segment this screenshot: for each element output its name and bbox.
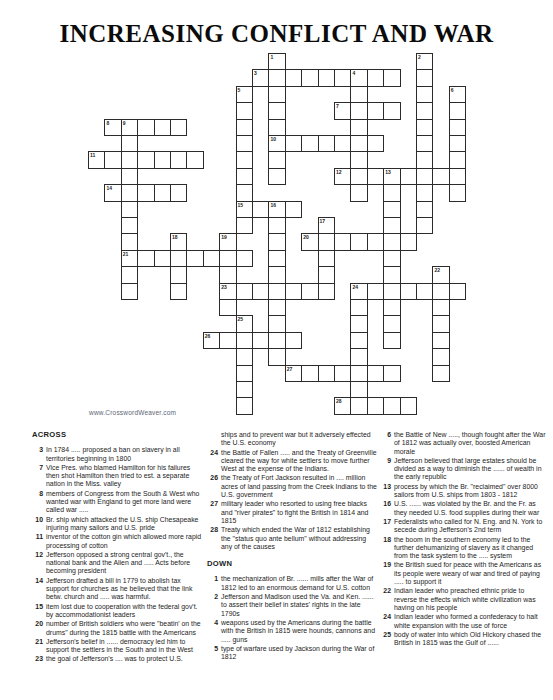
grid-cell[interactable] <box>449 283 466 300</box>
grid-cell[interactable] <box>449 119 466 136</box>
grid-cell[interactable] <box>432 168 449 185</box>
down-clue-list: 6the Battle of New ....., though fought … <box>378 431 546 647</box>
grid-cell[interactable] <box>416 102 433 119</box>
grid-cell[interactable] <box>318 233 335 250</box>
clue-number: 18 <box>378 536 394 561</box>
cell-number: 10 <box>270 136 276 142</box>
grid-cell[interactable]: 13 <box>383 168 400 185</box>
grid-cell[interactable]: 21 <box>121 250 138 267</box>
grid-cell[interactable] <box>383 201 400 218</box>
grid-cell[interactable] <box>236 332 253 349</box>
grid-cell[interactable] <box>121 217 138 234</box>
clue-number: 17 <box>378 518 394 535</box>
grid-cell[interactable] <box>170 184 187 201</box>
grid-cell[interactable] <box>367 69 384 86</box>
grid-cell[interactable] <box>400 397 417 414</box>
grid-cell[interactable]: 20 <box>301 233 318 250</box>
grid-cell[interactable] <box>432 332 449 349</box>
grid-cell[interactable]: 8 <box>104 119 121 136</box>
clue-text: the Battle of New ....., though fought a… <box>394 431 546 456</box>
cell-number: 20 <box>303 234 309 240</box>
clue-item: 5type of warfare used by Jackson during … <box>205 645 377 662</box>
cell-number: 7 <box>336 103 339 109</box>
clue-text: U.S. ...... was violated by the Br. and … <box>394 500 546 517</box>
clue-item: 25body of water into which Old Hickory c… <box>378 631 546 648</box>
grid-cell[interactable] <box>236 184 253 201</box>
grid-cell[interactable] <box>367 365 384 382</box>
grid-cell[interactable] <box>350 168 367 185</box>
grid-cell[interactable] <box>383 102 400 119</box>
grid-cell[interactable] <box>236 151 253 168</box>
clue-text: Jefferson and Madison used the Va. and K… <box>221 593 377 618</box>
clue-number: 20 <box>30 620 46 637</box>
grid-cell[interactable] <box>252 332 269 349</box>
grid-cell[interactable] <box>301 135 318 152</box>
clue-text: the goal of Jefferson's .... was to prot… <box>46 655 203 663</box>
grid-cell[interactable]: 19 <box>219 233 236 250</box>
grid-cell[interactable] <box>449 184 466 201</box>
cell-number: 25 <box>238 316 244 322</box>
grid-cell[interactable] <box>219 299 236 316</box>
grid-cell[interactable] <box>383 69 400 86</box>
clue-item: 12Jefferson opposed a strong central gov… <box>30 551 203 576</box>
grid-cell[interactable] <box>268 299 285 316</box>
grid-cell[interactable] <box>285 201 302 218</box>
grid-cell[interactable] <box>383 332 400 349</box>
grid-cell[interactable] <box>121 151 138 168</box>
grid-cell[interactable] <box>170 250 187 267</box>
grid-cell[interactable] <box>416 151 433 168</box>
grid-cell[interactable] <box>170 283 187 300</box>
grid-cell[interactable] <box>268 119 285 136</box>
clue-item: 17Federalists who called for N. Eng. and… <box>378 518 546 535</box>
clue-number: 2 <box>205 593 221 618</box>
cell-number: 16 <box>270 202 276 208</box>
grid-cell[interactable] <box>334 135 351 152</box>
clue-text: number of British soldiers who were "bea… <box>46 620 203 637</box>
grid-cell[interactable] <box>236 250 253 267</box>
grid-cell[interactable] <box>236 381 253 398</box>
clue-number: 12 <box>30 551 46 576</box>
clue-number: 5 <box>205 645 221 662</box>
clue-text: Jefferson's belief in ...... democracy l… <box>46 638 203 655</box>
clue-text: the mechanization of Br. ...... mills af… <box>221 575 377 592</box>
cell-number: 4 <box>352 70 355 76</box>
grid-cell[interactable] <box>350 315 367 332</box>
grid-cell[interactable] <box>154 151 171 168</box>
grid-cell[interactable]: 3 <box>252 69 269 86</box>
grid-cell[interactable] <box>383 250 400 267</box>
grid-cell[interactable] <box>301 69 318 86</box>
cell-number: 6 <box>451 87 454 93</box>
clue-text: members of Congress from the South & Wes… <box>46 490 203 515</box>
grid-cell[interactable] <box>268 233 285 250</box>
clue-column-1: ACROSS 3In 1784 ..... proposed a ban on … <box>30 431 203 665</box>
clue-column-2: ships and to prevent war but it adversel… <box>205 431 377 662</box>
grid-cell[interactable] <box>236 102 253 119</box>
clue-item: 10Br. ship which attacked the U.S. ship … <box>30 516 203 533</box>
grid-cell[interactable] <box>400 283 417 300</box>
grid-cell[interactable] <box>334 365 351 382</box>
grid-cell[interactable] <box>432 348 449 365</box>
grid-cell[interactable] <box>367 168 384 185</box>
grid-cell[interactable] <box>137 151 154 168</box>
clue-text: item lost due to cooperation with the fe… <box>46 603 203 620</box>
cell-number: 15 <box>238 202 244 208</box>
grid-cell[interactable] <box>104 151 121 168</box>
grid-cell[interactable]: 7 <box>334 102 351 119</box>
grid-cell[interactable] <box>219 250 236 267</box>
cell-number: 8 <box>106 120 109 126</box>
clue-text: In 1784 ..... proposed a ban on slavery … <box>46 446 203 463</box>
grid-cell[interactable] <box>285 332 302 349</box>
clue-text: Indian leader who preached ethnic pride … <box>394 587 546 612</box>
grid-cell[interactable] <box>334 233 351 250</box>
grid-cell[interactable] <box>219 332 236 349</box>
grid-cell[interactable] <box>367 283 384 300</box>
grid-cell[interactable] <box>334 69 351 86</box>
clue-item: 2Jefferson and Madison used the Va. and … <box>205 593 377 618</box>
grid-cell[interactable] <box>285 135 302 152</box>
grid-cell[interactable] <box>268 102 285 119</box>
clue-item: 19the British sued for peace with the Am… <box>378 561 546 586</box>
grid-cell[interactable] <box>432 315 449 332</box>
grid-cell[interactable] <box>350 397 367 414</box>
grid-cell[interactable] <box>383 299 400 316</box>
clue-item: 26the Treaty of Fort Jackson resulted in… <box>205 474 377 499</box>
clue-item: 14Jefferson drafted a bill in 1779 to ab… <box>30 577 203 602</box>
grid-cell[interactable]: 9 <box>121 119 138 136</box>
cell-number: 18 <box>172 234 178 240</box>
grid-cell[interactable] <box>416 86 433 103</box>
grid-cell[interactable] <box>432 365 449 382</box>
grid-cell[interactable]: 15 <box>236 201 253 218</box>
cell-number: 24 <box>352 284 358 290</box>
grid-cell[interactable] <box>449 168 466 185</box>
cell-number: 1 <box>270 54 273 60</box>
clue-text: Br. ship which attacked the U.S. ship Ch… <box>46 516 203 533</box>
cell-number: 5 <box>238 87 241 93</box>
grid-cell[interactable] <box>383 315 400 332</box>
clue-item: 15item lost due to cooperation with the … <box>30 603 203 620</box>
clue-text: process by which the Br. "reclaimed" ove… <box>394 483 546 500</box>
grid-cell[interactable] <box>236 168 253 185</box>
grid-cell[interactable]: 27 <box>285 365 302 382</box>
grid-cell[interactable] <box>219 266 236 283</box>
grid-cell[interactable] <box>121 201 138 218</box>
grid-cell[interactable] <box>285 69 302 86</box>
grid-cell[interactable]: 11 <box>88 151 105 168</box>
grid-cell[interactable] <box>432 283 449 300</box>
clue-number <box>205 431 221 448</box>
grid-cell[interactable] <box>301 365 318 382</box>
cell-number: 9 <box>123 120 126 126</box>
clue-text: Jefferson believed that large estates sh… <box>394 457 546 482</box>
grid-cell[interactable] <box>137 250 154 267</box>
grid-cell[interactable] <box>170 151 187 168</box>
clue-number: 27 <box>205 500 221 525</box>
grid-cell[interactable] <box>383 365 400 382</box>
grid-cell[interactable] <box>318 283 335 300</box>
grid-cell[interactable] <box>383 283 400 300</box>
grid-cell[interactable] <box>268 250 285 267</box>
grid-cell[interactable] <box>186 151 203 168</box>
grid-cell[interactable] <box>236 119 253 136</box>
clue-text: ships and to prevent war but it adversel… <box>221 431 377 448</box>
grid-cell[interactable] <box>350 119 367 136</box>
grid-cell[interactable]: 26 <box>203 332 220 349</box>
grid-cell[interactable] <box>186 250 203 267</box>
grid-cell[interactable] <box>318 266 335 283</box>
clue-text: Vice Pres. who blamed Hamilton for his f… <box>46 464 203 489</box>
grid-cell[interactable] <box>154 250 171 267</box>
grid-cell[interactable]: 10 <box>268 135 285 152</box>
clue-item: 4weapons used by the Americans during th… <box>205 619 377 644</box>
grid-cell[interactable] <box>367 102 384 119</box>
grid-cell[interactable] <box>383 233 400 250</box>
grid-cell[interactable] <box>400 168 417 185</box>
puzzle-title: INCREASING CONFLICT AND WAR <box>0 20 553 48</box>
grid-cell[interactable] <box>121 135 138 152</box>
grid-cell[interactable] <box>137 184 154 201</box>
grid-cell[interactable] <box>268 266 285 283</box>
clue-item: 22Indian leader who preached ethnic prid… <box>378 587 546 612</box>
grid-cell[interactable] <box>350 299 367 316</box>
grid-cell[interactable]: 25 <box>236 315 253 332</box>
grid-cell[interactable] <box>268 348 285 365</box>
grid-cell[interactable] <box>449 151 466 168</box>
grid-cell[interactable] <box>350 102 367 119</box>
grid-cell[interactable] <box>268 315 285 332</box>
clue-number: 26 <box>205 474 221 499</box>
clue-item: 20number of British soldiers who were "b… <box>30 620 203 637</box>
grid-cell[interactable] <box>350 365 367 382</box>
across-header: ACROSS <box>32 431 203 439</box>
grid-cell[interactable]: 1 <box>268 53 285 70</box>
grid-cell[interactable] <box>416 283 433 300</box>
clue-item: 24the Battle of Fallen ..... and the Tre… <box>205 449 377 474</box>
grid-cell[interactable] <box>236 283 253 300</box>
grid-cell[interactable] <box>318 135 335 152</box>
grid-cell[interactable] <box>367 233 384 250</box>
grid-cell[interactable] <box>416 69 433 86</box>
clue-text: the British sued for peace with the Amer… <box>394 561 546 586</box>
grid-cell[interactable]: 23 <box>219 283 236 300</box>
clue-number: 14 <box>30 577 46 602</box>
grid-cell[interactable] <box>318 250 335 267</box>
clue-text: military leader who resorted to using fr… <box>221 500 377 525</box>
clue-number: 23 <box>30 655 46 663</box>
clue-item: 27military leader who resorted to using … <box>205 500 377 525</box>
clue-number: 6 <box>378 431 394 456</box>
clue-text: type of warfare used by Jackson during t… <box>221 645 377 662</box>
grid-cell[interactable] <box>154 119 171 136</box>
grid-cell[interactable] <box>236 397 253 414</box>
clue-item: 6the Battle of New ....., though fought … <box>378 431 546 456</box>
grid-cell[interactable]: 14 <box>104 184 121 201</box>
clue-text: body of water into which Old Hickory cha… <box>394 631 546 648</box>
clue-number: 21 <box>30 638 46 655</box>
clue-number: 9 <box>378 457 394 482</box>
grid-cell[interactable] <box>449 135 466 152</box>
clue-text: the Treaty of Fort Jackson resulted in .… <box>221 474 377 499</box>
clue-text: Jefferson drafted a bill in 1779 to abol… <box>46 577 203 602</box>
grid-cell[interactable] <box>350 381 367 398</box>
grid-cell[interactable] <box>170 119 187 136</box>
clue-column-3: 6the Battle of New ....., though fought … <box>378 431 546 648</box>
cell-number: 22 <box>434 267 440 273</box>
clue-number: 8 <box>30 490 46 515</box>
clue-number: 10 <box>30 516 46 533</box>
grid-cell[interactable]: 17 <box>318 217 335 234</box>
grid-cell[interactable] <box>416 168 433 185</box>
grid-cell[interactable] <box>268 151 285 168</box>
grid-cell[interactable] <box>400 233 417 250</box>
clue-number: 4 <box>205 619 221 644</box>
clue-item: 21Jefferson's belief in ...... democracy… <box>30 638 203 655</box>
grid-cell[interactable] <box>416 201 433 218</box>
grid-cell[interactable] <box>416 119 433 136</box>
clue-number: 11 <box>30 533 46 550</box>
grid-cell[interactable] <box>318 69 335 86</box>
grid-cell[interactable]: 16 <box>268 201 285 218</box>
clue-text: the Battle of Fallen ..... and the Treat… <box>221 449 377 474</box>
clue-text: Treaty which ended the War of 1812 estab… <box>221 526 377 551</box>
clue-number: 19 <box>378 561 394 586</box>
cell-number: 23 <box>221 284 227 290</box>
grid-cell[interactable] <box>416 217 433 234</box>
cell-number: 28 <box>336 398 342 404</box>
grid-cell[interactable] <box>383 266 400 283</box>
grid-cell[interactable] <box>350 348 367 365</box>
cell-number: 19 <box>221 234 227 240</box>
grid-cell[interactable] <box>383 217 400 234</box>
grid-cell[interactable] <box>268 69 285 86</box>
grid-cell[interactable]: 5 <box>236 86 253 103</box>
grid-cell[interactable]: 18 <box>170 233 187 250</box>
grid-cell[interactable]: 28 <box>334 397 351 414</box>
grid-cell[interactable] <box>121 266 138 283</box>
clue-item: 8members of Congress from the South & We… <box>30 490 203 515</box>
clue-item: 18the boom in the southern economy led t… <box>378 536 546 561</box>
clue-number: 13 <box>378 483 394 500</box>
grid-cell[interactable] <box>268 283 285 300</box>
grid-cell[interactable] <box>121 184 138 201</box>
grid-cell[interactable] <box>154 184 171 201</box>
grid-cell[interactable] <box>137 119 154 136</box>
clue-item: 1the mechanization of Br. ...... mills a… <box>205 575 377 592</box>
clue-text: Indian leader who formed a confederacy t… <box>394 613 546 630</box>
grid-cell[interactable] <box>121 233 138 250</box>
clue-text: the boom in the southern economy led to … <box>394 536 546 561</box>
grid-cell[interactable] <box>170 266 187 283</box>
clue-number: 28 <box>205 526 221 551</box>
grid-cell[interactable] <box>350 184 367 201</box>
grid-cell[interactable]: 4 <box>350 69 367 86</box>
grid-cell[interactable] <box>252 201 269 218</box>
clue-text: Federalists who called for N. Eng. and N… <box>394 518 546 535</box>
clue-number: 3 <box>30 446 46 463</box>
grid-cell[interactable] <box>252 283 269 300</box>
clue-number: 25 <box>378 631 394 648</box>
grid-cell[interactable] <box>203 250 220 267</box>
grid-cell[interactable] <box>121 283 138 300</box>
grid-cell[interactable] <box>432 299 449 316</box>
grid-cell[interactable]: 12 <box>334 168 351 185</box>
clue-item: 23the goal of Jefferson's .... was to pr… <box>30 655 203 663</box>
clue-text: Jefferson opposed a strong central gov't… <box>46 551 203 576</box>
clue-number: 1 <box>205 575 221 592</box>
cell-number: 21 <box>123 251 129 257</box>
clue-item: 3In 1784 ..... proposed a ban on slavery… <box>30 446 203 463</box>
grid-cell[interactable] <box>383 397 400 414</box>
grid-cell[interactable] <box>350 86 367 103</box>
grid-cell[interactable] <box>121 168 138 185</box>
grid-cell[interactable]: 2 <box>416 53 433 70</box>
grid-cell[interactable] <box>350 151 367 168</box>
grid-cell[interactable] <box>236 348 253 365</box>
grid-cell[interactable] <box>268 332 285 349</box>
cell-number: 3 <box>254 70 257 76</box>
grid-cell[interactable] <box>367 397 384 414</box>
clue-item: 7Vice Pres. who blamed Hamilton for his … <box>30 464 203 489</box>
grid-cell[interactable] <box>268 217 285 234</box>
grid-cell[interactable] <box>367 135 384 152</box>
clue-number: 16 <box>378 500 394 517</box>
clue-number: 15 <box>30 603 46 620</box>
clue-item: 16U.S. ...... was violated by the Br. an… <box>378 500 546 517</box>
cell-number: 17 <box>320 218 326 224</box>
grid-cell[interactable] <box>236 365 253 382</box>
down-header: DOWN <box>207 560 377 568</box>
across-clue-list: 3In 1784 ..... proposed a ban on slavery… <box>30 446 203 663</box>
grid-cell[interactable] <box>350 233 367 250</box>
watermark-url: www.CrosswordWeaver.com <box>89 409 176 416</box>
clue-text: weapons used by the Americans during the… <box>221 619 377 644</box>
clue-number: 24 <box>205 449 221 474</box>
grid-cell[interactable] <box>268 168 285 185</box>
grid-cell[interactable] <box>449 102 466 119</box>
grid-cell[interactable]: 24 <box>350 283 367 300</box>
cell-number: 26 <box>205 333 211 339</box>
grid-cell[interactable] <box>318 365 335 382</box>
grid-cell[interactable]: 6 <box>449 86 466 103</box>
grid-cell[interactable] <box>301 283 318 300</box>
grid-cell[interactable] <box>383 184 400 201</box>
cell-number: 12 <box>336 169 342 175</box>
grid-cell[interactable] <box>268 86 285 103</box>
grid-cell[interactable] <box>236 217 253 234</box>
cell-number: 11 <box>90 152 95 158</box>
grid-cell[interactable] <box>285 283 302 300</box>
cell-number: 2 <box>418 54 421 60</box>
grid-cell[interactable]: 22 <box>432 266 449 283</box>
clue-item: 11inventor of the cotton gin which allow… <box>30 533 203 550</box>
grid-cell[interactable] <box>416 135 433 152</box>
clue-number: 7 <box>30 464 46 489</box>
grid-cell[interactable] <box>236 135 253 152</box>
cell-number: 14 <box>106 185 112 191</box>
clue-item: 28Treaty which ended the War of 1812 est… <box>205 526 377 551</box>
clue-item: 9Jefferson believed that large estates s… <box>378 457 546 482</box>
across-down-clue-list: ships and to prevent war but it adversel… <box>205 431 377 661</box>
grid-cell[interactable] <box>416 184 433 201</box>
cell-number: 27 <box>287 366 293 372</box>
clue-item: ships and to prevent war but it adversel… <box>205 431 377 448</box>
clue-item: 24Indian leader who formed a confederacy… <box>378 613 546 630</box>
grid-cell[interactable] <box>350 135 367 152</box>
grid-cell[interactable] <box>350 332 367 349</box>
